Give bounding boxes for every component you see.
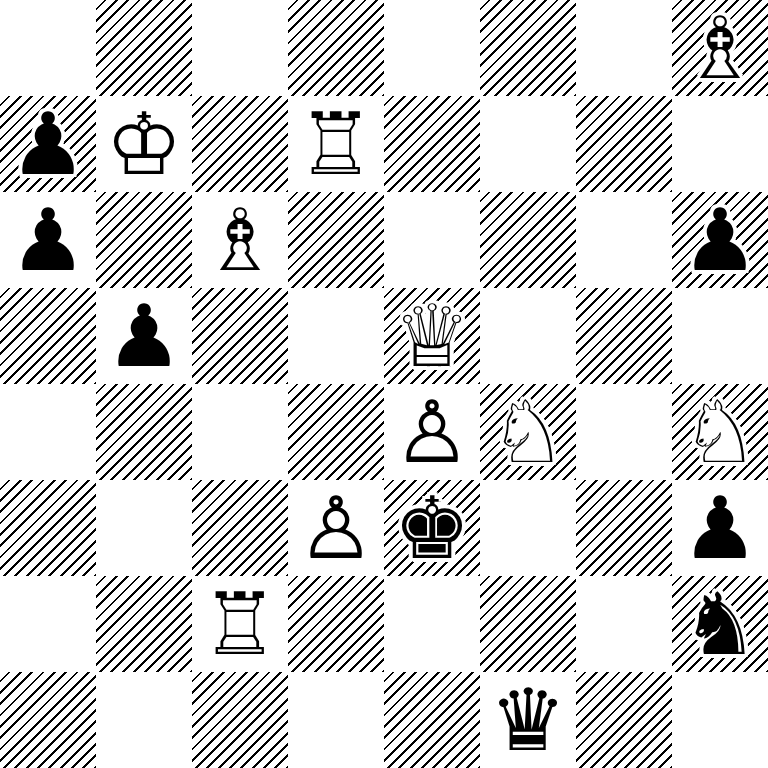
- square-f2[interactable]: [480, 576, 576, 672]
- piece-glyph-face: ♛: [480, 672, 576, 768]
- piece-black-knight[interactable]: ♞♞: [672, 576, 768, 672]
- square-d1[interactable]: [288, 672, 384, 768]
- square-b8[interactable]: [96, 0, 192, 96]
- square-h6[interactable]: ♟♟: [672, 192, 768, 288]
- piece-black-pawn[interactable]: ♟♟: [672, 192, 768, 288]
- square-d8[interactable]: [288, 0, 384, 96]
- square-h4[interactable]: ♞♘: [672, 384, 768, 480]
- square-h2[interactable]: ♞♞: [672, 576, 768, 672]
- square-d2[interactable]: [288, 576, 384, 672]
- square-d3[interactable]: ♟♙: [288, 480, 384, 576]
- piece-white-bishop[interactable]: ♝♗: [672, 0, 768, 96]
- square-a8[interactable]: [0, 0, 96, 96]
- square-e5[interactable]: ♛♕: [384, 288, 480, 384]
- piece-glyph-face: ♟: [96, 288, 192, 384]
- square-c5[interactable]: [192, 288, 288, 384]
- square-f4[interactable]: ♞♘: [480, 384, 576, 480]
- piece-glyph-face: ♟: [672, 192, 768, 288]
- piece-white-pawn[interactable]: ♟♙: [288, 480, 384, 576]
- piece-glyph-face: ♗: [192, 192, 288, 288]
- piece-glyph-face: ♚: [384, 480, 480, 576]
- piece-white-knight[interactable]: ♞♘: [480, 384, 576, 480]
- chess-diagram: ♝♗♟♟♚♔♜♖♟♟♝♗♟♟♟♟♛♕♟♙♞♘♞♘♟♙♚♚♟♟♜♖♞♞♛♛: [0, 0, 768, 768]
- square-h5[interactable]: [672, 288, 768, 384]
- piece-glyph-face: ♘: [480, 384, 576, 480]
- square-e7[interactable]: [384, 96, 480, 192]
- piece-glyph-face: ♙: [288, 480, 384, 576]
- square-c3[interactable]: [192, 480, 288, 576]
- piece-white-bishop[interactable]: ♝♗: [192, 192, 288, 288]
- square-c1[interactable]: [192, 672, 288, 768]
- piece-black-pawn[interactable]: ♟♟: [672, 480, 768, 576]
- square-a6[interactable]: ♟♟: [0, 192, 96, 288]
- square-b4[interactable]: [96, 384, 192, 480]
- piece-glyph-face: ♖: [192, 576, 288, 672]
- square-e3[interactable]: ♚♚: [384, 480, 480, 576]
- square-d5[interactable]: [288, 288, 384, 384]
- square-g1[interactable]: [576, 672, 672, 768]
- square-g6[interactable]: [576, 192, 672, 288]
- square-b5[interactable]: ♟♟: [96, 288, 192, 384]
- square-c2[interactable]: ♜♖: [192, 576, 288, 672]
- square-b6[interactable]: [96, 192, 192, 288]
- piece-black-pawn[interactable]: ♟♟: [0, 96, 96, 192]
- square-g7[interactable]: [576, 96, 672, 192]
- piece-glyph-face: ♔: [96, 96, 192, 192]
- piece-black-queen[interactable]: ♛♛: [480, 672, 576, 768]
- square-g5[interactable]: [576, 288, 672, 384]
- piece-glyph-face: ♙: [384, 384, 480, 480]
- square-a4[interactable]: [0, 384, 96, 480]
- piece-glyph-face: ♕: [384, 288, 480, 384]
- piece-glyph-face: ♟: [0, 192, 96, 288]
- square-e8[interactable]: [384, 0, 480, 96]
- square-g2[interactable]: [576, 576, 672, 672]
- square-g4[interactable]: [576, 384, 672, 480]
- square-a2[interactable]: [0, 576, 96, 672]
- piece-white-pawn[interactable]: ♟♙: [384, 384, 480, 480]
- square-h1[interactable]: [672, 672, 768, 768]
- square-a3[interactable]: [0, 480, 96, 576]
- piece-white-queen[interactable]: ♛♕: [384, 288, 480, 384]
- piece-black-pawn[interactable]: ♟♟: [0, 192, 96, 288]
- piece-glyph-face: ♗: [672, 0, 768, 96]
- square-c6[interactable]: ♝♗: [192, 192, 288, 288]
- square-f5[interactable]: [480, 288, 576, 384]
- piece-glyph-face: ♟: [672, 480, 768, 576]
- square-a1[interactable]: [0, 672, 96, 768]
- square-b7[interactable]: ♚♔: [96, 96, 192, 192]
- square-f1[interactable]: ♛♛: [480, 672, 576, 768]
- square-c4[interactable]: [192, 384, 288, 480]
- square-h7[interactable]: [672, 96, 768, 192]
- square-d6[interactable]: [288, 192, 384, 288]
- square-f8[interactable]: [480, 0, 576, 96]
- square-e1[interactable]: [384, 672, 480, 768]
- piece-black-king[interactable]: ♚♚: [384, 480, 480, 576]
- square-d4[interactable]: [288, 384, 384, 480]
- square-c8[interactable]: [192, 0, 288, 96]
- square-b2[interactable]: [96, 576, 192, 672]
- piece-white-rook[interactable]: ♜♖: [288, 96, 384, 192]
- piece-white-knight[interactable]: ♞♘: [672, 384, 768, 480]
- square-g3[interactable]: [576, 480, 672, 576]
- square-a5[interactable]: [0, 288, 96, 384]
- square-f7[interactable]: [480, 96, 576, 192]
- square-c7[interactable]: [192, 96, 288, 192]
- chess-board: ♝♗♟♟♚♔♜♖♟♟♝♗♟♟♟♟♛♕♟♙♞♘♞♘♟♙♚♚♟♟♜♖♞♞♛♛: [0, 0, 768, 768]
- square-e6[interactable]: [384, 192, 480, 288]
- piece-white-rook[interactable]: ♜♖: [192, 576, 288, 672]
- piece-black-pawn[interactable]: ♟♟: [96, 288, 192, 384]
- square-h3[interactable]: ♟♟: [672, 480, 768, 576]
- square-f3[interactable]: [480, 480, 576, 576]
- square-e2[interactable]: [384, 576, 480, 672]
- piece-glyph-face: ♞: [672, 576, 768, 672]
- square-g8[interactable]: [576, 0, 672, 96]
- square-f6[interactable]: [480, 192, 576, 288]
- piece-glyph-face: ♟: [0, 96, 96, 192]
- square-d7[interactable]: ♜♖: [288, 96, 384, 192]
- square-h8[interactable]: ♝♗: [672, 0, 768, 96]
- square-e4[interactable]: ♟♙: [384, 384, 480, 480]
- piece-glyph-face: ♘: [672, 384, 768, 480]
- square-b3[interactable]: [96, 480, 192, 576]
- square-b1[interactable]: [96, 672, 192, 768]
- square-a7[interactable]: ♟♟: [0, 96, 96, 192]
- piece-glyph-face: ♖: [288, 96, 384, 192]
- piece-white-king[interactable]: ♚♔: [96, 96, 192, 192]
